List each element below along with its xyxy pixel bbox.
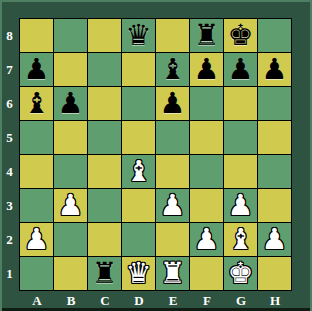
rank-label-3: 3 xyxy=(0,189,19,223)
rank-label-4: 4 xyxy=(0,155,19,189)
square-e5[interactable] xyxy=(156,121,190,155)
square-f3[interactable] xyxy=(190,189,224,223)
square-c8[interactable] xyxy=(88,19,122,53)
chessboard-frame: 87654321 ♛♜♚♟♝♟♟♟♝♟♟♝♟♟♟♟♟♝♟♜♛♜♚ ABCDEFG… xyxy=(0,0,312,311)
square-a6[interactable]: ♝ xyxy=(20,87,54,121)
square-g1[interactable]: ♚ xyxy=(224,257,258,291)
square-c3[interactable] xyxy=(88,189,122,223)
square-h8[interactable] xyxy=(258,19,292,53)
piece-black-queen[interactable]: ♛ xyxy=(126,21,152,50)
file-label-g: G xyxy=(224,291,258,310)
square-g3[interactable]: ♟ xyxy=(224,189,258,223)
file-label-e: E xyxy=(156,291,190,310)
square-c1[interactable]: ♜ xyxy=(88,257,122,291)
square-e3[interactable]: ♟ xyxy=(156,189,190,223)
square-b8[interactable] xyxy=(54,19,88,53)
piece-white-pawn[interactable]: ♟ xyxy=(24,225,50,254)
square-f5[interactable] xyxy=(190,121,224,155)
square-h1[interactable] xyxy=(258,257,292,291)
piece-black-pawn[interactable]: ♟ xyxy=(262,55,288,84)
square-e8[interactable] xyxy=(156,19,190,53)
rank-label-2: 2 xyxy=(0,223,19,257)
square-h6[interactable] xyxy=(258,87,292,121)
file-label-a: A xyxy=(20,291,54,310)
file-labels: ABCDEFGH xyxy=(20,291,292,310)
square-d2[interactable] xyxy=(122,223,156,257)
rank-label-5: 5 xyxy=(0,121,19,155)
file-label-h: H xyxy=(258,291,292,310)
piece-white-bishop[interactable]: ♝ xyxy=(126,157,152,186)
file-label-f: F xyxy=(190,291,224,310)
square-b2[interactable] xyxy=(54,223,88,257)
square-a5[interactable] xyxy=(20,121,54,155)
square-f1[interactable] xyxy=(190,257,224,291)
piece-white-pawn[interactable]: ♟ xyxy=(228,191,254,220)
file-label-c: C xyxy=(88,291,122,310)
square-h3[interactable] xyxy=(258,189,292,223)
square-f8[interactable]: ♜ xyxy=(190,19,224,53)
piece-black-pawn[interactable]: ♟ xyxy=(228,55,254,84)
square-a8[interactable] xyxy=(20,19,54,53)
square-d3[interactable] xyxy=(122,189,156,223)
square-d4[interactable]: ♝ xyxy=(122,155,156,189)
piece-black-bishop[interactable]: ♝ xyxy=(24,89,50,118)
square-d7[interactable] xyxy=(122,53,156,87)
square-b3[interactable]: ♟ xyxy=(54,189,88,223)
piece-black-king[interactable]: ♚ xyxy=(228,21,254,50)
piece-black-pawn[interactable]: ♟ xyxy=(58,89,84,118)
piece-white-queen[interactable]: ♛ xyxy=(126,259,152,288)
piece-black-bishop[interactable]: ♝ xyxy=(160,55,186,84)
square-e2[interactable] xyxy=(156,223,190,257)
square-b1[interactable] xyxy=(54,257,88,291)
rank-label-1: 1 xyxy=(0,257,19,291)
square-g8[interactable]: ♚ xyxy=(224,19,258,53)
square-e4[interactable] xyxy=(156,155,190,189)
square-b4[interactable] xyxy=(54,155,88,189)
square-c7[interactable] xyxy=(88,53,122,87)
square-g5[interactable] xyxy=(224,121,258,155)
square-d1[interactable]: ♛ xyxy=(122,257,156,291)
square-e7[interactable]: ♝ xyxy=(156,53,190,87)
piece-black-rook[interactable]: ♜ xyxy=(92,259,118,288)
piece-black-pawn[interactable]: ♟ xyxy=(24,55,50,84)
piece-white-bishop[interactable]: ♝ xyxy=(228,225,254,254)
square-b7[interactable] xyxy=(54,53,88,87)
piece-black-pawn[interactable]: ♟ xyxy=(194,55,220,84)
square-c5[interactable] xyxy=(88,121,122,155)
square-g6[interactable] xyxy=(224,87,258,121)
square-e6[interactable]: ♟ xyxy=(156,87,190,121)
piece-white-king[interactable]: ♚ xyxy=(228,259,254,288)
piece-white-rook[interactable]: ♜ xyxy=(160,259,186,288)
square-d8[interactable]: ♛ xyxy=(122,19,156,53)
square-a2[interactable]: ♟ xyxy=(20,223,54,257)
square-c2[interactable] xyxy=(88,223,122,257)
square-g2[interactable]: ♝ xyxy=(224,223,258,257)
piece-white-pawn[interactable]: ♟ xyxy=(160,191,186,220)
file-label-d: D xyxy=(122,291,156,310)
square-g7[interactable]: ♟ xyxy=(224,53,258,87)
square-f2[interactable]: ♟ xyxy=(190,223,224,257)
square-a1[interactable] xyxy=(20,257,54,291)
square-h2[interactable]: ♟ xyxy=(258,223,292,257)
square-a3[interactable] xyxy=(20,189,54,223)
square-g4[interactable] xyxy=(224,155,258,189)
square-e1[interactable]: ♜ xyxy=(156,257,190,291)
square-c6[interactable] xyxy=(88,87,122,121)
square-h7[interactable]: ♟ xyxy=(258,53,292,87)
piece-white-pawn[interactable]: ♟ xyxy=(262,225,288,254)
square-f7[interactable]: ♟ xyxy=(190,53,224,87)
square-f4[interactable] xyxy=(190,155,224,189)
file-label-b: B xyxy=(54,291,88,310)
square-c4[interactable] xyxy=(88,155,122,189)
piece-white-pawn[interactable]: ♟ xyxy=(58,191,84,220)
square-b6[interactable]: ♟ xyxy=(54,87,88,121)
rank-labels: 87654321 xyxy=(0,19,19,291)
rank-label-8: 8 xyxy=(0,19,19,53)
square-f6[interactable] xyxy=(190,87,224,121)
board: ♛♜♚♟♝♟♟♟♝♟♟♝♟♟♟♟♟♝♟♜♛♜♚ xyxy=(19,18,292,291)
square-d5[interactable] xyxy=(122,121,156,155)
rank-label-6: 6 xyxy=(0,87,19,121)
square-h4[interactable] xyxy=(258,155,292,189)
piece-black-rook[interactable]: ♜ xyxy=(194,21,220,50)
square-d6[interactable] xyxy=(122,87,156,121)
piece-black-pawn[interactable]: ♟ xyxy=(160,89,186,118)
square-a7[interactable]: ♟ xyxy=(20,53,54,87)
piece-white-pawn[interactable]: ♟ xyxy=(194,225,220,254)
rank-label-7: 7 xyxy=(0,53,19,87)
square-b5[interactable] xyxy=(54,121,88,155)
square-h5[interactable] xyxy=(258,121,292,155)
square-a4[interactable] xyxy=(20,155,54,189)
